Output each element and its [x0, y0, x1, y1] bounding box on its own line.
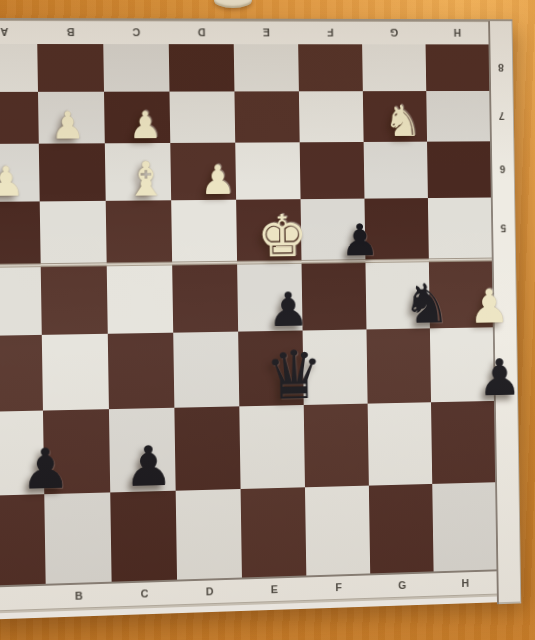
square-d1[interactable] — [176, 489, 242, 580]
black-pawn-h3[interactable]: ♟ — [477, 352, 521, 403]
square-f6[interactable] — [300, 142, 365, 199]
square-d2[interactable] — [174, 406, 240, 490]
coord-top-D: D — [197, 26, 205, 38]
black-pawn-e4[interactable]: ♟ — [267, 285, 309, 333]
coord-bottom-C: C — [141, 587, 149, 599]
square-c8[interactable] — [103, 44, 169, 92]
square-g8[interactable] — [362, 44, 426, 91]
white-pawn-c7[interactable]: ♟ — [128, 106, 162, 144]
square-c5[interactable] — [106, 200, 172, 264]
square-f7[interactable] — [299, 91, 364, 142]
square-d7[interactable] — [169, 91, 235, 143]
square-a7[interactable] — [0, 92, 39, 144]
square-g6[interactable] — [364, 142, 428, 199]
square-g3[interactable] — [366, 328, 431, 403]
white-pawn-a6[interactable]: ♟ — [0, 162, 25, 203]
square-g1[interactable] — [369, 484, 434, 574]
square-a8[interactable] — [0, 44, 38, 92]
square-e6[interactable] — [235, 142, 300, 199]
square-h8[interactable] — [426, 44, 490, 91]
square-e7[interactable] — [234, 91, 299, 142]
coord-top-B: B — [66, 26, 74, 38]
square-b8[interactable] — [37, 44, 104, 92]
square-d3[interactable] — [173, 332, 239, 408]
coord-right-8: 8 — [498, 62, 504, 74]
black-pawn-c2[interactable]: ♟ — [124, 438, 174, 495]
square-d5[interactable] — [171, 200, 237, 264]
coord-bottom-H: H — [461, 577, 469, 589]
coord-bottom-B: B — [75, 590, 83, 602]
white-pawn-b7[interactable]: ♟ — [51, 106, 85, 144]
coord-bottom-D: D — [206, 585, 214, 597]
coord-top-A: A — [0, 26, 8, 38]
photo-scene: ♟♟♞♟♝♟♚♟♟♞♟♛♟♟♟ ABCDEFGHBCDEFGH8765 ches… — [0, 0, 535, 640]
square-b3[interactable] — [42, 334, 109, 411]
square-c4[interactable] — [107, 264, 174, 334]
coord-top-F: F — [327, 27, 334, 39]
square-a4[interactable] — [0, 265, 42, 336]
white-pawn-h4[interactable]: ♟ — [469, 282, 510, 329]
square-f1[interactable] — [305, 486, 370, 576]
square-e8[interactable] — [234, 44, 299, 91]
coord-top-E: E — [262, 27, 269, 39]
square-d4[interactable] — [172, 263, 238, 333]
square-a3[interactable] — [0, 335, 43, 412]
square-b1[interactable] — [44, 492, 111, 583]
black-pawn-b2[interactable]: ♟ — [20, 441, 70, 498]
white-pawn-d6[interactable]: ♟ — [200, 160, 236, 201]
square-e2[interactable] — [239, 405, 305, 489]
chess-board: ♟♟♞♟♝♟♚♟♟♞♟♛♟♟♟ ABCDEFGHBCDEFGH8765 — [0, 18, 521, 620]
black-pawn-f5[interactable]: ♟ — [340, 218, 379, 262]
coord-bottom-E: E — [271, 583, 278, 595]
square-e1[interactable] — [241, 487, 307, 577]
square-b4[interactable] — [41, 264, 108, 335]
coord-right-6: 6 — [500, 164, 506, 176]
white-knight-g7[interactable]: ♞ — [384, 100, 422, 143]
square-h7[interactable] — [426, 91, 490, 142]
square-a5[interactable] — [0, 201, 41, 266]
coord-top-G: G — [390, 27, 398, 39]
square-b6[interactable] — [39, 143, 106, 201]
square-g2[interactable] — [368, 402, 433, 485]
square-a1[interactable] — [0, 494, 46, 586]
square-h1[interactable] — [432, 482, 496, 571]
square-h5[interactable] — [428, 198, 492, 261]
black-queen-e3[interactable]: ♛ — [264, 342, 323, 410]
square-c3[interactable] — [108, 333, 175, 409]
coord-bottom-F: F — [335, 581, 342, 593]
square-f4[interactable] — [302, 261, 367, 330]
coord-right-7: 7 — [499, 110, 505, 122]
coord-bottom-G: G — [398, 579, 406, 591]
square-d8[interactable] — [169, 44, 235, 91]
square-c1[interactable] — [110, 491, 177, 582]
square-f8[interactable] — [298, 44, 363, 91]
square-b5[interactable] — [40, 201, 107, 265]
square-h2[interactable] — [431, 401, 495, 484]
white-king-e5[interactable]: ♚ — [257, 207, 309, 265]
black-knight-g4[interactable]: ♞ — [402, 276, 450, 331]
square-h6[interactable] — [427, 141, 491, 198]
white-bishop-c6[interactable]: ♝ — [125, 155, 168, 203]
coord-right-5: 5 — [500, 223, 506, 235]
square-f2[interactable] — [304, 404, 369, 488]
coord-top-C: C — [132, 26, 140, 38]
coord-top-H: H — [453, 27, 461, 39]
